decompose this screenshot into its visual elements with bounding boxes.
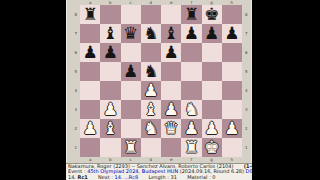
black-pawn-g7: ♟	[204, 24, 219, 43]
white-pawn-g2: ♟	[204, 119, 219, 138]
square-f7[interactable]: ♟	[181, 24, 201, 43]
square-a7[interactable]	[80, 24, 100, 43]
square-a3[interactable]	[80, 100, 100, 119]
square-d8[interactable]	[141, 5, 161, 24]
square-b5[interactable]	[100, 62, 120, 81]
rank-label-3: 3	[66, 100, 79, 119]
square-h2[interactable]: ♟	[222, 119, 242, 138]
square-a8[interactable]: ♜	[80, 5, 100, 24]
square-a4[interactable]	[80, 81, 100, 100]
rank-label-5: 5	[66, 62, 79, 81]
black-knight-d7: ♞	[143, 24, 158, 43]
rank-label-5: 5	[243, 62, 252, 81]
game-caption: Nakamura, Roger (2293) -- Sanchez Alvaro…	[66, 163, 252, 180]
rank-label-7: 7	[243, 24, 252, 43]
length-value: 31	[171, 175, 177, 180]
square-h8[interactable]	[222, 5, 242, 24]
black-knight-d5: ♞	[143, 62, 158, 81]
square-h5[interactable]	[222, 62, 242, 81]
black-king-g8: ♚	[204, 5, 219, 24]
square-g4[interactable]	[202, 81, 222, 100]
square-e5[interactable]	[161, 62, 181, 81]
white-pawn-a2: ♟	[83, 119, 98, 138]
event-label: Event :	[68, 169, 86, 174]
square-c2[interactable]	[121, 119, 141, 138]
square-d5[interactable]: ♞	[141, 62, 161, 81]
event-link[interactable]: 45th Olympiad 2024, Budapest HUN	[87, 169, 178, 174]
square-h6[interactable]	[222, 43, 242, 62]
square-g2[interactable]: ♟	[202, 119, 222, 138]
material-label: Material :	[187, 175, 211, 180]
white-knight-d2: ♞	[143, 119, 158, 138]
players-separator: --	[131, 164, 135, 169]
square-a2[interactable]: ♟	[80, 119, 100, 138]
square-e1[interactable]	[161, 138, 181, 157]
white-pawn-d4: ♟	[143, 81, 158, 100]
square-d6[interactable]	[141, 43, 161, 62]
square-h7[interactable]: ♟	[222, 24, 242, 43]
square-e6[interactable]: ♟	[161, 43, 181, 62]
black-pawn-c5: ♟	[123, 62, 138, 81]
square-c5[interactable]: ♟	[121, 62, 141, 81]
square-a5[interactable]	[80, 62, 100, 81]
square-g5[interactable]	[202, 62, 222, 81]
square-d4[interactable]: ♟	[141, 81, 161, 100]
square-g1[interactable]: ♚	[202, 138, 222, 157]
square-e3[interactable]: ♟	[161, 100, 181, 119]
square-d2[interactable]: ♞	[141, 119, 161, 138]
square-f2[interactable]: ♟	[181, 119, 201, 138]
game-result: (1-0)	[244, 164, 252, 169]
white-bishop-d3: ♝	[143, 100, 158, 119]
rank-label-4: 4	[66, 81, 79, 100]
black-pawn-h7: ♟	[224, 24, 239, 43]
square-f5[interactable]	[181, 62, 201, 81]
black-rook-f8: ♜	[184, 5, 199, 24]
white-pawn-h2: ♟	[224, 119, 239, 138]
white-player-rating: (2293)	[113, 164, 130, 169]
square-f6[interactable]	[181, 43, 201, 62]
rank-labels-left: 87654321	[66, 5, 79, 157]
white-rook-c1: ♜	[123, 138, 138, 157]
rank-label-1: 1	[243, 138, 252, 157]
square-h4[interactable]	[222, 81, 242, 100]
material-value: 0	[212, 175, 215, 180]
square-c3[interactable]	[121, 100, 141, 119]
white-pawn-b3: ♟	[103, 100, 118, 119]
square-e8[interactable]	[161, 5, 181, 24]
square-g3[interactable]	[202, 100, 222, 119]
square-g7[interactable]: ♟	[202, 24, 222, 43]
chess-board[interactable]: ♜♜♚♝♛♞♝♟♟♟♟♟♟♟♞♟♟♝♟♞♟♝♞♛♟♟♟♜♜♚	[80, 5, 242, 157]
rank-label-1: 1	[66, 138, 79, 157]
square-b1[interactable]	[100, 138, 120, 157]
square-c6[interactable]	[121, 43, 141, 62]
square-b6[interactable]: ♟	[100, 43, 120, 62]
square-e2[interactable]: ♛	[161, 119, 181, 138]
rank-label-8: 8	[66, 5, 79, 24]
black-bishop-e7: ♝	[164, 24, 179, 43]
event-detail: (2024.09.16, Round 6.28)	[180, 169, 244, 174]
last-move: Rc1	[78, 175, 88, 180]
black-pawn-f7: ♟	[184, 24, 199, 43]
black-bishop-b7: ♝	[103, 24, 118, 43]
white-rook-f1: ♜	[184, 138, 199, 157]
square-b2[interactable]: ♝	[100, 119, 120, 138]
square-c8[interactable]	[121, 5, 141, 24]
square-h3[interactable]	[222, 100, 242, 119]
square-c1[interactable]: ♜	[121, 138, 141, 157]
black-pawn-a6: ♟	[83, 43, 98, 62]
square-e4[interactable]	[161, 81, 181, 100]
white-bishop-b2: ♝	[103, 119, 118, 138]
rank-labels-right: 87654321	[243, 5, 252, 157]
square-f8[interactable]: ♜	[181, 5, 201, 24]
white-queen-e2: ♛	[164, 119, 179, 138]
square-g8[interactable]: ♚	[202, 5, 222, 24]
rank-label-2: 2	[66, 119, 79, 138]
rank-label-3: 3	[243, 100, 252, 119]
black-player-name: Sanchez Alvaro, Roberto Carlos	[137, 164, 216, 169]
square-c4[interactable]	[121, 81, 141, 100]
chess-board-panel: abcdefgh 87654321 ♜♜♚♝♛♞♝♟♟♟♟♟♟♟♞♟♟♝♟♞♟♝…	[66, 0, 252, 180]
square-a1[interactable]	[80, 138, 100, 157]
square-a6[interactable]: ♟	[80, 43, 100, 62]
rank-label-2: 2	[243, 119, 252, 138]
square-b7[interactable]: ♝	[100, 24, 120, 43]
length-label: Length :	[148, 175, 169, 180]
square-b3[interactable]: ♟	[100, 100, 120, 119]
eco-code-link[interactable]: D05	[246, 169, 252, 174]
pillarbox-right	[252, 0, 320, 180]
white-king-g1: ♚	[204, 138, 219, 157]
rank-label-8: 8	[243, 5, 252, 24]
rank-label-7: 7	[66, 24, 79, 43]
square-b4[interactable]	[100, 81, 120, 100]
square-f1[interactable]: ♜	[181, 138, 201, 157]
video-frame: abcdefgh 87654321 ♜♜♚♝♛♞♝♟♟♟♟♟♟♟♞♟♟♝♟♞♟♝…	[0, 0, 320, 180]
black-queen-c7: ♛	[123, 24, 138, 43]
square-f3[interactable]: ♞	[181, 100, 201, 119]
next-label: Next :	[98, 175, 113, 180]
square-e7[interactable]: ♝	[161, 24, 181, 43]
black-pawn-b6: ♟	[103, 43, 118, 62]
square-f4[interactable]	[181, 81, 201, 100]
white-pawn-e3: ♟	[164, 100, 179, 119]
pillarbox-left	[0, 0, 66, 180]
white-knight-f3: ♞	[184, 100, 199, 119]
rank-label-6: 6	[66, 43, 79, 62]
black-rook-a8: ♜	[83, 5, 98, 24]
square-h1[interactable]	[222, 138, 242, 157]
square-b8[interactable]	[100, 5, 120, 24]
black-player-rating: (2104)	[217, 164, 234, 169]
move-number: 14.	[68, 175, 76, 180]
move-status-line: 14. Rc1 Next : 14. ...Rc8 Length : 31 Ma…	[66, 175, 252, 180]
square-d7[interactable]: ♞	[141, 24, 161, 43]
next-move[interactable]: 14. ...Rc8	[115, 175, 139, 180]
rank-label-4: 4	[243, 81, 252, 100]
black-pawn-e6: ♟	[164, 43, 179, 62]
square-d3[interactable]: ♝	[141, 100, 161, 119]
white-player-name: Nakamura, Roger	[68, 164, 112, 169]
square-g6[interactable]	[202, 43, 222, 62]
square-d1[interactable]	[141, 138, 161, 157]
white-pawn-f2: ♟	[184, 119, 199, 138]
square-c7[interactable]: ♛	[121, 24, 141, 43]
rank-label-6: 6	[243, 43, 252, 62]
